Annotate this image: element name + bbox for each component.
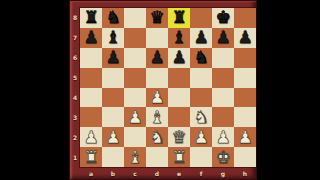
square-b2[interactable]: ♟ [102,127,124,147]
square-d1[interactable] [146,147,168,167]
square-g2[interactable]: ♟ [212,127,234,147]
square-c6[interactable] [124,48,146,68]
square-a7[interactable]: ♟ [80,28,102,48]
chess-board: ♜♞♛♜♚♟♝♝♟♟♟♟♟♟♞♟♟♝♞♟♟♞♛♟♟♟♜♝♜♚ [80,8,256,167]
square-f2[interactable]: ♟ [190,127,212,147]
square-f3[interactable]: ♞ [190,107,212,127]
piece-white-king[interactable]: ♚ [215,148,230,165]
square-f8[interactable] [190,8,212,28]
rank-labels: 87654321 [70,8,80,167]
piece-white-pawn[interactable]: ♟ [237,128,252,145]
rank-label-2: 2 [70,127,80,147]
square-e2[interactable]: ♛ [168,127,190,147]
rank-label-7: 7 [70,28,80,48]
file-labels: abcdefgh [80,167,256,179]
piece-white-pawn[interactable]: ♟ [149,88,164,105]
square-h3[interactable] [234,107,256,127]
piece-black-pawn[interactable]: ♟ [83,29,98,46]
piece-black-bishop[interactable]: ♝ [171,29,186,46]
square-b3[interactable] [102,107,124,127]
piece-white-queen[interactable]: ♛ [171,128,186,145]
rank-label-3: 3 [70,107,80,127]
square-b1[interactable] [102,147,124,167]
piece-black-king[interactable]: ♚ [215,9,230,26]
square-g5[interactable] [212,68,234,88]
square-h6[interactable] [234,48,256,68]
square-d8[interactable]: ♛ [146,8,168,28]
piece-white-bishop[interactable]: ♝ [127,148,142,165]
square-e8[interactable]: ♜ [168,8,190,28]
piece-white-knight[interactable]: ♞ [149,128,164,145]
piece-black-pawn[interactable]: ♟ [171,49,186,66]
rank-label-1: 1 [70,147,80,167]
square-g6[interactable] [212,48,234,68]
square-c5[interactable] [124,68,146,88]
square-f5[interactable] [190,68,212,88]
square-g1[interactable]: ♚ [212,147,234,167]
square-g7[interactable]: ♟ [212,28,234,48]
file-label-f: f [190,167,212,179]
file-label-g: g [212,167,234,179]
piece-white-rook[interactable]: ♜ [83,148,98,165]
piece-white-pawn[interactable]: ♟ [215,128,230,145]
square-c4[interactable] [124,88,146,108]
square-g8[interactable]: ♚ [212,8,234,28]
piece-black-bishop[interactable]: ♝ [105,29,120,46]
square-d2[interactable]: ♞ [146,127,168,147]
file-label-e: e [168,167,190,179]
file-label-b: b [102,167,124,179]
piece-black-pawn[interactable]: ♟ [105,49,120,66]
piece-black-pawn[interactable]: ♟ [237,29,252,46]
square-e3[interactable] [168,107,190,127]
video-frame-background: 87654321 abcdefgh ♜♞♛♜♚♟♝♝♟♟♟♟♟♟♞♟♟♝♞♟♟♞… [0,0,320,180]
piece-black-pawn[interactable]: ♟ [215,29,230,46]
rank-label-4: 4 [70,88,80,108]
square-a4[interactable] [80,88,102,108]
piece-black-rook[interactable]: ♜ [171,9,186,26]
square-h8[interactable] [234,8,256,28]
square-b5[interactable] [102,68,124,88]
piece-white-pawn[interactable]: ♟ [83,128,98,145]
square-d4[interactable]: ♟ [146,88,168,108]
piece-black-knight[interactable]: ♞ [105,9,120,26]
file-label-c: c [124,167,146,179]
square-e1[interactable]: ♜ [168,147,190,167]
piece-black-pawn[interactable]: ♟ [149,49,164,66]
square-b6[interactable]: ♟ [102,48,124,68]
square-b8[interactable]: ♞ [102,8,124,28]
piece-black-rook[interactable]: ♜ [83,9,98,26]
square-e7[interactable]: ♝ [168,28,190,48]
square-d7[interactable] [146,28,168,48]
square-a8[interactable]: ♜ [80,8,102,28]
square-d5[interactable] [146,68,168,88]
file-label-a: a [80,167,102,179]
square-a5[interactable] [80,68,102,88]
file-label-d: d [146,167,168,179]
rank-label-6: 6 [70,48,80,68]
square-f6[interactable]: ♞ [190,48,212,68]
square-h7[interactable]: ♟ [234,28,256,48]
square-h1[interactable] [234,147,256,167]
square-b4[interactable] [102,88,124,108]
square-g4[interactable] [212,88,234,108]
piece-white-pawn[interactable]: ♟ [127,108,142,125]
piece-white-knight[interactable]: ♞ [193,108,208,125]
square-b7[interactable]: ♝ [102,28,124,48]
square-a3[interactable] [80,107,102,127]
square-e5[interactable] [168,68,190,88]
square-a6[interactable] [80,48,102,68]
square-h2[interactable]: ♟ [234,127,256,147]
square-c3[interactable]: ♟ [124,107,146,127]
square-f1[interactable] [190,147,212,167]
square-a2[interactable]: ♟ [80,127,102,147]
square-h4[interactable] [234,88,256,108]
chess-board-frame: 87654321 abcdefgh ♜♞♛♜♚♟♝♝♟♟♟♟♟♟♞♟♟♝♞♟♟♞… [69,0,257,180]
piece-black-pawn[interactable]: ♟ [193,29,208,46]
square-e6[interactable]: ♟ [168,48,190,68]
square-c2[interactable] [124,127,146,147]
piece-white-bishop[interactable]: ♝ [149,108,164,125]
rank-label-5: 5 [70,68,80,88]
square-d3[interactable]: ♝ [146,107,168,127]
square-c1[interactable]: ♝ [124,147,146,167]
piece-black-knight[interactable]: ♞ [193,49,208,66]
square-f4[interactable] [190,88,212,108]
square-c7[interactable] [124,28,146,48]
square-a1[interactable]: ♜ [80,147,102,167]
piece-white-rook[interactable]: ♜ [171,148,186,165]
piece-white-pawn[interactable]: ♟ [193,128,208,145]
piece-white-pawn[interactable]: ♟ [105,128,120,145]
rank-label-8: 8 [70,8,80,28]
square-c8[interactable] [124,8,146,28]
square-d6[interactable]: ♟ [146,48,168,68]
square-e4[interactable] [168,88,190,108]
piece-black-queen[interactable]: ♛ [149,9,164,26]
file-label-h: h [234,167,256,179]
square-g3[interactable] [212,107,234,127]
square-f7[interactable]: ♟ [190,28,212,48]
square-h5[interactable] [234,68,256,88]
